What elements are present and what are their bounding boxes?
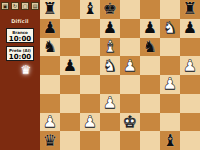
square-h5[interactable]: ♟ bbox=[180, 56, 200, 75]
square-e7[interactable] bbox=[120, 19, 140, 38]
square-e3[interactable] bbox=[120, 94, 140, 113]
piece-white-pawn: ♟ bbox=[183, 57, 197, 75]
new-page-button[interactable]: ▢ bbox=[21, 2, 29, 10]
square-d5[interactable]: ♞ bbox=[100, 56, 120, 75]
piece-white-king: ♚ bbox=[123, 113, 137, 131]
square-b6[interactable] bbox=[60, 38, 80, 57]
square-a1[interactable]: ♛ bbox=[40, 131, 60, 150]
square-c7[interactable] bbox=[80, 19, 100, 38]
piece-black-pawn: ♟ bbox=[143, 19, 157, 37]
square-g8[interactable] bbox=[160, 0, 180, 19]
square-f7[interactable]: ♟ bbox=[140, 19, 160, 38]
square-f1[interactable] bbox=[140, 131, 160, 150]
board-view-button[interactable]: ▣ bbox=[1, 2, 9, 10]
square-b5[interactable]: ♟ bbox=[60, 56, 80, 75]
white-clock: Branco 10:00 bbox=[6, 28, 34, 43]
square-e5[interactable]: ♟ bbox=[120, 56, 140, 75]
square-c4[interactable] bbox=[80, 75, 100, 94]
square-e1[interactable] bbox=[120, 131, 140, 150]
square-f8[interactable] bbox=[140, 0, 160, 19]
piece-black-rook: ♜ bbox=[43, 0, 57, 18]
square-c6[interactable] bbox=[80, 38, 100, 57]
square-b8[interactable] bbox=[60, 0, 80, 19]
square-c2[interactable]: ♟ bbox=[80, 113, 100, 132]
piece-white-bishop: ♝ bbox=[103, 38, 117, 56]
piece-white-pawn: ♟ bbox=[123, 57, 137, 75]
square-b3[interactable] bbox=[60, 94, 80, 113]
piece-black-knight: ♞ bbox=[143, 38, 157, 56]
square-c8[interactable]: ♝ bbox=[80, 0, 100, 19]
square-a8[interactable]: ♜ bbox=[40, 0, 60, 19]
piece-white-pawn: ♟ bbox=[103, 94, 117, 112]
options-button[interactable]: ▤ bbox=[31, 2, 39, 10]
square-a3[interactable] bbox=[40, 94, 60, 113]
square-d2[interactable] bbox=[100, 113, 120, 132]
square-f5[interactable] bbox=[140, 56, 160, 75]
piece-white-pawn: ♟ bbox=[43, 113, 57, 131]
square-h8[interactable]: ♜ bbox=[180, 0, 200, 19]
restart-button[interactable]: ↻ bbox=[11, 2, 19, 10]
square-d1[interactable] bbox=[100, 131, 120, 150]
square-d3[interactable]: ♟ bbox=[100, 94, 120, 113]
square-h3[interactable] bbox=[180, 94, 200, 113]
piece-black-pawn: ♟ bbox=[63, 57, 77, 75]
square-f4[interactable] bbox=[140, 75, 160, 94]
square-a7[interactable]: ♟ bbox=[40, 19, 60, 38]
square-a6[interactable]: ♞ bbox=[40, 38, 60, 57]
square-d7[interactable]: ♟ bbox=[100, 19, 120, 38]
piece-white-pawn: ♟ bbox=[163, 75, 177, 93]
chess-app: ▣ ↻ ▢ ▤ Difícil Branco 10:00 Preto (AI) … bbox=[0, 0, 200, 150]
glowing-queen-icon: ♛ bbox=[17, 61, 35, 79]
toolbar: ▣ ↻ ▢ ▤ bbox=[1, 2, 39, 10]
square-c5[interactable] bbox=[80, 56, 100, 75]
square-c1[interactable] bbox=[80, 131, 100, 150]
square-b7[interactable] bbox=[60, 19, 80, 38]
square-d4[interactable] bbox=[100, 75, 120, 94]
piece-black-bishop: ♝ bbox=[83, 0, 97, 18]
square-f3[interactable] bbox=[140, 94, 160, 113]
square-a4[interactable] bbox=[40, 75, 60, 94]
piece-black-king: ♚ bbox=[103, 0, 117, 18]
square-f2[interactable] bbox=[140, 113, 160, 132]
square-g4[interactable]: ♟ bbox=[160, 75, 180, 94]
square-g3[interactable] bbox=[160, 94, 180, 113]
square-b1[interactable] bbox=[60, 131, 80, 150]
square-e8[interactable] bbox=[120, 0, 140, 19]
square-h1[interactable] bbox=[180, 131, 200, 150]
piece-black-pawn: ♟ bbox=[183, 19, 197, 37]
square-a2[interactable]: ♟ bbox=[40, 113, 60, 132]
square-g2[interactable] bbox=[160, 113, 180, 132]
piece-black-pawn: ♟ bbox=[43, 19, 57, 37]
piece-black-knight: ♞ bbox=[43, 38, 57, 56]
square-e2[interactable]: ♚ bbox=[120, 113, 140, 132]
square-e6[interactable] bbox=[120, 38, 140, 57]
piece-white-pawn: ♟ bbox=[83, 113, 97, 131]
piece-black-pawn: ♟ bbox=[103, 19, 117, 37]
square-d8[interactable]: ♚ bbox=[100, 0, 120, 19]
square-g1[interactable]: ♝ bbox=[160, 131, 180, 150]
square-b2[interactable] bbox=[60, 113, 80, 132]
square-f6[interactable]: ♞ bbox=[140, 38, 160, 57]
white-clock-time: 10:00 bbox=[7, 35, 33, 43]
sidebar: ▣ ↻ ▢ ▤ Difícil Branco 10:00 Preto (AI) … bbox=[0, 0, 40, 150]
chess-board: ♜♝♚♜♟♟♟♞♟♞♝♞♟♞♟♟♟♟♟♟♚♛♝ bbox=[40, 0, 200, 150]
square-a5[interactable] bbox=[40, 56, 60, 75]
square-g7[interactable]: ♞ bbox=[160, 19, 180, 38]
square-e4[interactable] bbox=[120, 75, 140, 94]
square-h7[interactable]: ♟ bbox=[180, 19, 200, 38]
square-c3[interactable] bbox=[80, 94, 100, 113]
square-g5[interactable] bbox=[160, 56, 180, 75]
square-h4[interactable] bbox=[180, 75, 200, 94]
piece-black-bishop: ♝ bbox=[163, 132, 177, 150]
black-clock-time: 10:00 bbox=[7, 53, 33, 61]
square-b4[interactable] bbox=[60, 75, 80, 94]
piece-white-knight: ♞ bbox=[163, 19, 177, 37]
piece-white-knight: ♞ bbox=[103, 57, 117, 75]
square-d6[interactable]: ♝ bbox=[100, 38, 120, 57]
square-g6[interactable] bbox=[160, 38, 180, 57]
square-h6[interactable] bbox=[180, 38, 200, 57]
piece-black-rook: ♜ bbox=[183, 0, 197, 18]
piece-black-queen: ♛ bbox=[43, 132, 57, 150]
square-h2[interactable] bbox=[180, 113, 200, 132]
difficulty-label: Difícil bbox=[0, 18, 40, 24]
black-clock: Preto (AI) 10:00 bbox=[6, 46, 34, 61]
